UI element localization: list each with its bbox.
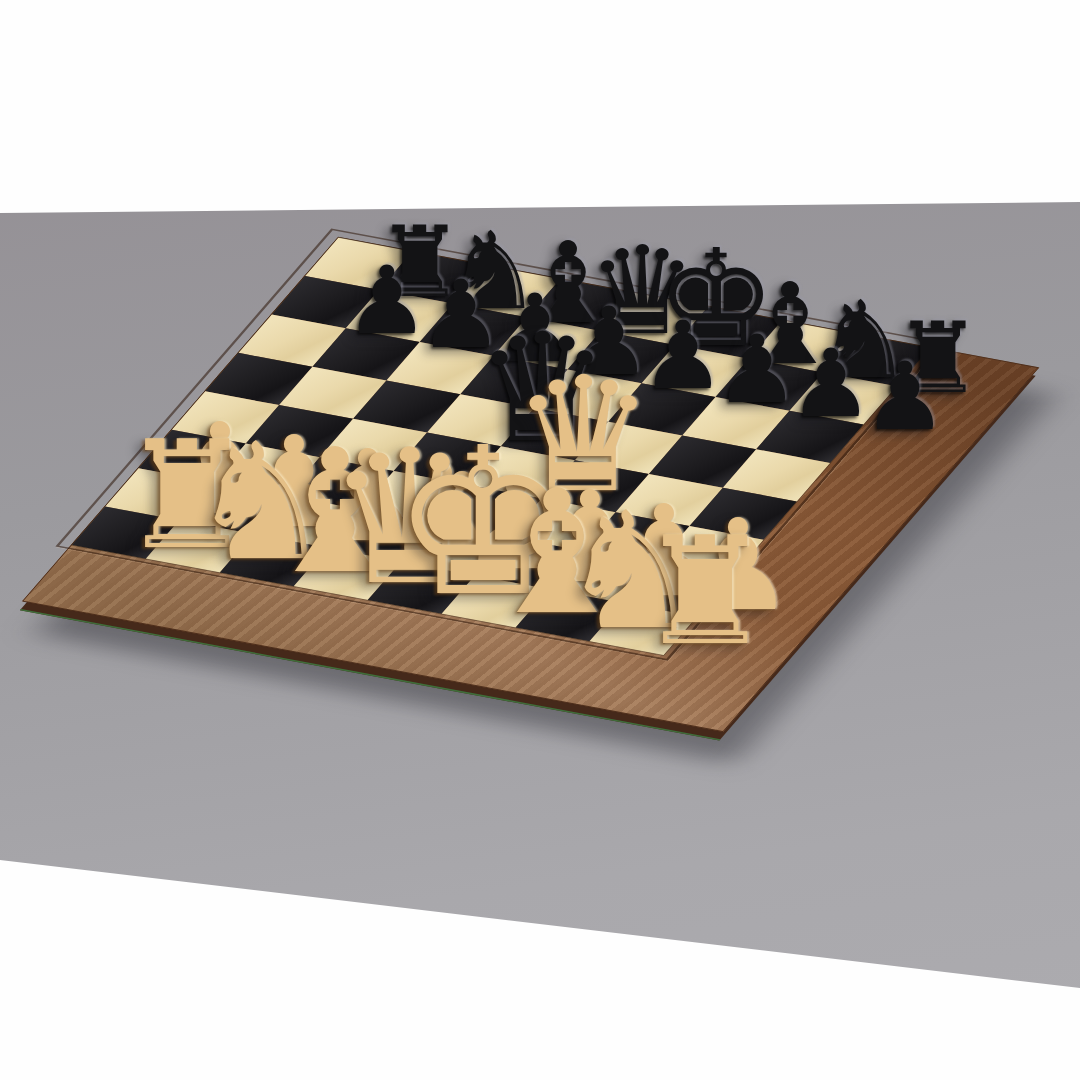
photo-canvas: ♜♞♝♟♛♟♚♟♝♟♞♟♜♟♟♟♛♛♟♟♟♜♟♞♟♝♟♛♟♚♟♝♞♜ bbox=[0, 0, 1080, 1080]
